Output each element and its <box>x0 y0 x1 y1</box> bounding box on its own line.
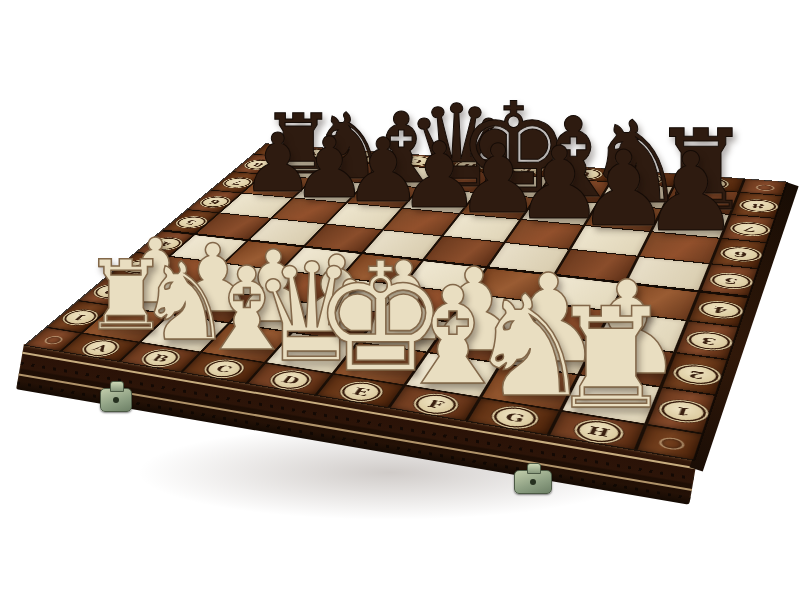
corner-ring-ornament <box>41 335 66 345</box>
product-photo: ABCDEFGH8877665544332211ABCDEFGH ♜♞♝♛♚♝♞… <box>0 0 800 600</box>
coordinate-text: 1 <box>674 405 694 417</box>
coordinate-text: 2 <box>688 369 707 380</box>
coordinate-text: 6 <box>208 199 223 205</box>
coordinate-disc: 3 <box>686 330 732 351</box>
right-rank-label-3: 3 <box>677 321 738 358</box>
piece-black-pawn-h7[interactable]: ♟ <box>642 139 740 248</box>
coordinate-text: 5 <box>723 277 740 286</box>
coordinate-text: 3 <box>700 336 718 346</box>
corner-ring-ornament <box>755 184 776 191</box>
clasp-hole <box>530 479 536 485</box>
coordinate-text: 4 <box>712 305 729 314</box>
brass-clasp-2 <box>514 470 552 494</box>
coordinate-disc: 4 <box>698 300 742 319</box>
piece-white-rook-h1[interactable]: ♜ <box>549 291 674 430</box>
clasp-tab <box>527 463 541 474</box>
brass-clasp-1 <box>100 388 132 412</box>
clasp-tab <box>110 381 124 392</box>
coordinate-disc: 5 <box>710 272 753 290</box>
clasp-hole <box>113 397 119 403</box>
coordinate-text: 8 <box>751 202 766 209</box>
